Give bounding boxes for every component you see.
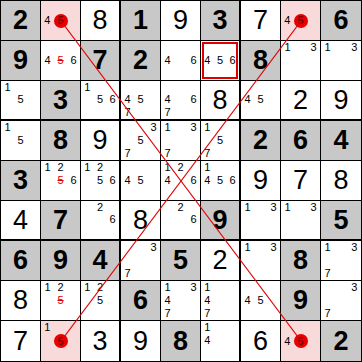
cell-r9c4[interactable]: 9 [121, 321, 161, 361]
cell-r4c8[interactable]: 6 [281, 121, 321, 161]
candidate-grid: 13 [281, 41, 320, 80]
candidate: 4 [161, 94, 174, 107]
candidate-grid: 1256 [81, 161, 119, 200]
given-digit: 8 [173, 328, 188, 355]
solved-digit: 8 [333, 167, 348, 194]
cell-r8c7[interactable]: 45 [241, 281, 281, 321]
candidate: 1 [161, 161, 174, 174]
candidate: 1 [321, 241, 334, 254]
candidate: 7 [121, 147, 134, 160]
solved-digit: 9 [92, 127, 107, 154]
given-digit: 9 [293, 287, 308, 314]
solved-digit: 9 [133, 328, 148, 355]
candidate: 7 [321, 267, 334, 280]
candidate-grid: 26 [161, 201, 200, 239]
candidate: 4 [281, 14, 294, 28]
candidate: 3 [187, 281, 200, 294]
candidate: 1 [1, 81, 14, 94]
cell-r5c3[interactable]: 1256 [81, 161, 121, 201]
cell-r5c1[interactable]: 3 [1, 161, 41, 201]
candidate-grid: 1246 [161, 161, 200, 200]
candidate: 6 [106, 214, 119, 227]
candidate: 3 [307, 201, 320, 214]
cell-r6c4[interactable]: 8 [121, 201, 161, 241]
cell-r3c7[interactable]: 45 [241, 81, 281, 121]
cell-r7c1[interactable]: 6 [1, 241, 41, 281]
candidate: 5 [54, 334, 68, 348]
cell-r2c4[interactable]: 2 [121, 41, 161, 81]
candidate: 1 [161, 281, 174, 294]
cell-r1c1[interactable]: 2 [1, 1, 41, 41]
candidate: 1 [1, 121, 14, 134]
candidate-grid: 37 [321, 281, 361, 320]
candidate-grid: 125 [81, 281, 119, 320]
cell-r4c1[interactable]: 15 [1, 121, 41, 161]
candidate: 1 [281, 41, 294, 54]
cell-r2c2[interactable]: 456 [41, 41, 81, 81]
candidate: 7 [201, 307, 214, 320]
cell-r1c9[interactable]: 6 [321, 1, 361, 41]
candidate: 3 [307, 41, 320, 54]
eliminated-candidate: 5 [54, 54, 67, 67]
candidate: 4 [41, 54, 54, 67]
candidate-grid: 456 [201, 41, 239, 80]
cell-r3c4[interactable]: 457 [121, 81, 161, 121]
candidate: 7 [161, 106, 174, 119]
cell-r6c9[interactable]: 5 [321, 201, 361, 241]
candidate: 6 [187, 94, 200, 107]
cell-r5c5[interactable]: 1246 [161, 161, 201, 201]
cell-r9c9[interactable]: 2 [321, 321, 361, 361]
candidate: 5 [14, 134, 27, 147]
cell-r4c4[interactable]: 357 [121, 121, 161, 161]
candidate-grid: 137 [321, 241, 361, 280]
cell-r7c5[interactable]: 5 [161, 241, 201, 281]
candidate: 4 [41, 14, 54, 28]
cell-r7c8[interactable]: 8 [281, 241, 321, 281]
given-digit: 7 [53, 207, 68, 234]
solved-digit: 7 [13, 328, 28, 355]
candidate: 1 [81, 81, 94, 94]
candidate: 3 [267, 241, 280, 254]
candidate: 3 [348, 281, 361, 294]
cell-r7c3[interactable]: 4 [81, 241, 121, 281]
candidate: 6 [67, 174, 80, 187]
candidate: 3 [267, 201, 280, 214]
candidate: 3 [147, 121, 160, 134]
candidate: 5 [254, 94, 267, 107]
given-digit: 6 [333, 7, 348, 34]
given-digit: 4 [333, 127, 348, 154]
cell-r5c7[interactable]: 9 [241, 161, 281, 201]
candidate-grid: 467 [161, 81, 200, 119]
candidate: 1 [41, 161, 54, 174]
given-digit: 9 [212, 207, 227, 234]
circled-candidate: 5 [294, 14, 308, 28]
cell-r2c6[interactable]: 456 [201, 41, 241, 81]
cell-r7c6[interactable]: 2 [201, 241, 241, 281]
candidate: 1 [41, 281, 54, 294]
cell-r4c6[interactable]: 157 [201, 121, 241, 161]
candidate: 6 [226, 54, 239, 67]
solved-digit: 9 [333, 87, 348, 114]
candidate: 1 [81, 281, 94, 294]
candidate: 4 [201, 334, 214, 347]
cell-r6c6[interactable]: 9 [201, 201, 241, 241]
sudoku-board: 2458193745694567246456813131531564574678… [0, 0, 362, 362]
candidate-grid: 46 [161, 41, 200, 80]
candidate: 1 [241, 201, 254, 214]
given-digit: 6 [13, 247, 28, 274]
candidate: 5 [134, 134, 147, 147]
candidate: 4 [201, 294, 214, 307]
candidate: 4 [161, 54, 174, 67]
candidate-grid: 1456 [201, 161, 239, 200]
cell-r4c2[interactable]: 8 [41, 121, 81, 161]
cell-r9c6[interactable]: 14 [201, 321, 241, 361]
cell-r2c3[interactable]: 7 [81, 41, 121, 81]
candidate: 7 [161, 147, 174, 160]
solved-digit: 3 [92, 328, 107, 355]
candidate: 5 [134, 94, 147, 107]
solved-digit: 4 [13, 207, 28, 234]
given-digit: 5 [173, 247, 188, 274]
candidate: 4 [241, 294, 254, 307]
cell-r8c5[interactable]: 1347 [161, 281, 201, 321]
candidate: 5 [14, 94, 27, 107]
given-digit: 7 [92, 47, 107, 74]
candidate: 1 [321, 41, 334, 54]
candidate-grid: 13 [281, 201, 320, 239]
cell-r7c4[interactable]: 37 [121, 241, 161, 281]
given-digit: 6 [293, 127, 308, 154]
candidate: 5 [214, 54, 227, 67]
candidate: 1 [81, 161, 94, 174]
candidate-grid: 137 [161, 121, 200, 160]
candidate: 4 [201, 174, 214, 187]
cell-r4c7[interactable]: 2 [241, 121, 281, 161]
cell-r1c2[interactable]: 45 [41, 1, 81, 41]
cell-r9c8[interactable]: 45 [281, 321, 321, 361]
given-digit: 8 [293, 247, 308, 274]
candidate-grid: 15 [41, 321, 80, 361]
candidate: 6 [106, 174, 119, 187]
candidate: 1 [201, 161, 214, 174]
cell-r2c7[interactable]: 8 [241, 41, 281, 81]
candidate: 3 [348, 241, 361, 254]
given-digit: 1 [133, 7, 148, 34]
cell-r1c6[interactable]: 3 [201, 1, 241, 41]
candidate-grid: 45 [281, 1, 320, 40]
solved-digit: 9 [253, 167, 268, 194]
solved-digit: 7 [253, 7, 268, 34]
sudoku-cells-layer: 2458193745694567246456813131531564574678… [1, 1, 361, 361]
cell-r2c5[interactable]: 46 [161, 41, 201, 81]
candidate: 2 [94, 161, 107, 174]
candidate: 5 [214, 174, 227, 187]
candidate-grid: 125 [41, 281, 80, 320]
cell-r7c7[interactable]: 13 [241, 241, 281, 281]
cell-r9c2[interactable]: 15 [41, 321, 81, 361]
cell-r8c9[interactable]: 37 [321, 281, 361, 321]
cell-r3c8[interactable]: 2 [281, 81, 321, 121]
given-digit: 9 [53, 247, 68, 274]
candidate-grid: 45 [121, 161, 160, 200]
cell-r9c3[interactable]: 3 [81, 321, 121, 361]
candidate: 5 [54, 14, 68, 28]
cell-r8c4[interactable]: 6 [121, 281, 161, 321]
circled-candidate: 5 [54, 14, 68, 28]
cell-r6c2[interactable]: 7 [41, 201, 81, 241]
candidate-grid: 456 [41, 41, 80, 80]
cell-r1c7[interactable]: 7 [241, 1, 281, 41]
candidate: 5 [294, 14, 308, 28]
cell-r8c1[interactable]: 8 [1, 281, 41, 321]
cell-r2c8[interactable]: 13 [281, 41, 321, 81]
cell-r1c3[interactable]: 8 [81, 1, 121, 41]
candidate-grid: 13 [321, 41, 361, 80]
cell-r1c4[interactable]: 1 [121, 1, 161, 41]
candidate-grid: 15 [1, 121, 40, 160]
candidate-grid: 13 [241, 241, 280, 280]
candidate: 2 [174, 161, 187, 174]
given-digit: 5 [333, 207, 348, 234]
candidate: 1 [281, 201, 294, 214]
candidate: 6 [187, 214, 200, 227]
candidate: 6 [226, 174, 239, 187]
candidate: 5 [214, 134, 227, 147]
cell-r3c3[interactable]: 156 [81, 81, 121, 121]
given-digit: 8 [253, 47, 268, 74]
candidate: 2 [94, 201, 107, 214]
solved-digit: 9 [173, 7, 188, 34]
candidate-grid: 1256 [41, 161, 80, 200]
cell-r6c7[interactable]: 13 [241, 201, 281, 241]
candidate-grid: 357 [121, 121, 160, 160]
cell-r9c1[interactable]: 7 [1, 321, 41, 361]
candidate: 1 [201, 281, 214, 294]
solved-digit: 6 [253, 328, 268, 355]
candidate-grid: 457 [121, 81, 160, 119]
candidate: 7 [121, 267, 134, 280]
candidate: 5 [94, 94, 107, 107]
solved-digit: 8 [13, 287, 28, 314]
cell-r4c9[interactable]: 4 [321, 121, 361, 161]
candidate-grid: 156 [81, 81, 119, 119]
solved-digit: 8 [133, 207, 148, 234]
candidate-grid: 1347 [161, 281, 200, 320]
circled-candidate: 5 [294, 334, 308, 348]
cell-r6c3[interactable]: 26 [81, 201, 121, 241]
solved-digit: 8 [212, 87, 227, 114]
eliminated-candidate: 5 [54, 294, 67, 307]
given-digit: 3 [212, 7, 227, 34]
candidate: 5 [94, 174, 107, 187]
candidate-grid: 157 [201, 121, 239, 160]
eliminated-candidate: 5 [54, 174, 67, 187]
candidate: 1 [41, 321, 54, 334]
cell-r3c6[interactable]: 8 [201, 81, 241, 121]
candidate: 6 [187, 174, 200, 187]
cell-r4c5[interactable]: 137 [161, 121, 201, 161]
candidate: 1 [161, 121, 174, 134]
candidate-grid: 45 [241, 81, 280, 119]
candidate: 7 [321, 307, 334, 320]
candidate-grid: 45 [281, 321, 320, 361]
candidate-grid: 13 [241, 201, 280, 239]
cell-r7c9[interactable]: 137 [321, 241, 361, 281]
given-digit: 3 [13, 167, 28, 194]
cell-r3c1[interactable]: 15 [1, 81, 41, 121]
candidate-grid: 45 [241, 281, 280, 320]
candidate-grid: 26 [81, 201, 119, 239]
candidate-grid: 14 [201, 321, 239, 361]
given-digit: 2 [333, 328, 348, 355]
candidate: 1 [241, 241, 254, 254]
candidate: 4 [161, 294, 174, 307]
cell-r1c5[interactable]: 9 [161, 1, 201, 41]
cell-r4c3[interactable]: 9 [81, 121, 121, 161]
cell-r8c8[interactable]: 9 [281, 281, 321, 321]
given-digit: 2 [133, 47, 148, 74]
candidate: 7 [121, 106, 134, 119]
cell-r6c8[interactable]: 13 [281, 201, 321, 241]
cell-r2c1[interactable]: 9 [1, 41, 41, 81]
cell-r9c7[interactable]: 6 [241, 321, 281, 361]
candidate: 2 [54, 281, 67, 294]
given-digit: 2 [253, 127, 268, 154]
solved-digit: 7 [293, 167, 308, 194]
candidate: 2 [174, 201, 187, 214]
candidate-grid: 147 [201, 281, 239, 320]
candidate: 7 [201, 147, 214, 160]
given-digit: 2 [13, 7, 28, 34]
cell-r3c9[interactable]: 9 [321, 81, 361, 121]
cell-r6c1[interactable]: 4 [1, 201, 41, 241]
candidate: 4 [241, 94, 254, 107]
given-digit: 6 [133, 287, 148, 314]
candidate: 2 [94, 281, 107, 294]
candidate: 4 [281, 334, 294, 348]
cell-r5c8[interactable]: 7 [281, 161, 321, 201]
candidate: 5 [294, 334, 308, 348]
candidate-grid: 45 [41, 1, 80, 40]
candidate: 1 [201, 321, 214, 334]
cell-r5c6[interactable]: 1456 [201, 161, 241, 201]
cell-r8c6[interactable]: 147 [201, 281, 241, 321]
candidate: 5 [94, 294, 107, 307]
solved-digit: 2 [293, 87, 308, 114]
cell-r9c5[interactable]: 8 [161, 321, 201, 361]
cell-r3c5[interactable]: 467 [161, 81, 201, 121]
given-digit: 8 [53, 127, 68, 154]
candidate: 3 [147, 241, 160, 254]
cell-r5c4[interactable]: 45 [121, 161, 161, 201]
candidate: 3 [348, 41, 361, 54]
cell-r7c2[interactable]: 9 [41, 241, 81, 281]
candidate: 4 [121, 94, 134, 107]
circled-candidate: 5 [54, 334, 68, 348]
given-digit: 3 [53, 87, 68, 114]
candidate: 7 [161, 307, 174, 320]
candidate-grid: 15 [1, 81, 40, 119]
given-digit: 9 [13, 47, 28, 74]
candidate: 4 [201, 54, 214, 67]
candidate: 2 [54, 161, 67, 174]
cell-r6c5[interactable]: 26 [161, 201, 201, 241]
cell-r1c8[interactable]: 45 [281, 1, 321, 41]
candidate: 5 [134, 174, 147, 187]
candidate: 3 [187, 121, 200, 134]
candidate: 5 [254, 294, 267, 307]
candidate: 1 [201, 121, 214, 134]
cell-r5c9[interactable]: 8 [321, 161, 361, 201]
cell-r8c3[interactable]: 125 [81, 281, 121, 321]
candidate: 4 [121, 174, 134, 187]
cell-r3c2[interactable]: 3 [41, 81, 81, 121]
cell-r5c2[interactable]: 1256 [41, 161, 81, 201]
candidate: 4 [161, 174, 174, 187]
solved-digit: 8 [92, 7, 107, 34]
candidate: 6 [187, 54, 200, 67]
solved-digit: 2 [212, 247, 227, 274]
cell-r8c2[interactable]: 125 [41, 281, 81, 321]
candidate: 6 [67, 54, 80, 67]
given-digit: 4 [92, 247, 107, 274]
candidate-grid: 37 [121, 241, 160, 280]
candidate: 6 [106, 94, 119, 107]
cell-r2c9[interactable]: 13 [321, 41, 361, 81]
